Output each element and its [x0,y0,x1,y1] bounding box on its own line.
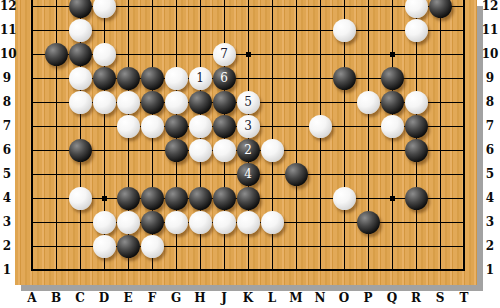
stone-D3[interactable] [93,211,116,234]
row-label-right: 1 [481,263,499,277]
stone-F8[interactable] [141,91,164,114]
star-point [246,52,251,57]
stone-F3[interactable] [141,211,164,234]
stone-J7[interactable] [213,115,236,138]
col-label-bottom: T [454,291,474,305]
row-label-left: 4 [0,191,14,205]
stone-H7[interactable] [189,115,212,138]
col-label-bottom: M [286,291,306,305]
row-label-right: 9 [481,71,499,85]
stone-K3[interactable] [237,211,260,234]
row-label-left: 9 [0,71,14,85]
stone-S12[interactable] [429,0,452,18]
row-label-right: 6 [481,143,499,157]
stone-G9[interactable] [165,67,188,90]
stone-C10[interactable] [69,43,92,66]
row-label-right: 7 [481,119,499,133]
move-number: 7 [220,48,228,60]
stone-J8[interactable] [213,91,236,114]
stone-R6[interactable] [405,139,428,162]
stone-H6[interactable] [189,139,212,162]
board-surface[interactable]: 7165324 [15,0,477,285]
stone-E2[interactable] [117,235,140,258]
stone-M5[interactable] [285,163,308,186]
stone-H9[interactable]: 1 [189,67,212,90]
grid-line-v [56,0,57,271]
stone-G6[interactable] [165,139,188,162]
row-label-right: 3 [481,215,499,229]
stone-E8[interactable] [117,91,140,114]
grid-line-h [31,269,465,271]
row-label-right: 2 [481,239,499,253]
star-point [390,52,395,57]
stone-K5[interactable]: 4 [237,163,260,186]
stone-J3[interactable] [213,211,236,234]
stone-G7[interactable] [165,115,188,138]
row-label-right: 8 [481,95,499,109]
move-number: 1 [196,72,204,84]
stone-B10[interactable] [45,43,68,66]
stone-H4[interactable] [189,187,212,210]
col-label-bottom: N [310,291,330,305]
stone-F2[interactable] [141,235,164,258]
stone-D9[interactable] [93,67,116,90]
stone-K6[interactable]: 2 [237,139,260,162]
star-point [102,196,107,201]
move-number: 6 [220,72,228,84]
row-label-right: 12 [481,0,499,13]
col-label-bottom: E [118,291,138,305]
row-label-left: 11 [0,23,14,37]
stone-E7[interactable] [117,115,140,138]
stone-C4[interactable] [69,187,92,210]
stone-J9[interactable]: 6 [213,67,236,90]
stone-Q9[interactable] [381,67,404,90]
row-label-right: 11 [481,23,499,37]
col-label-bottom: F [142,291,162,305]
row-label-left: 5 [0,167,14,181]
stone-K7[interactable]: 3 [237,115,260,138]
stone-R11[interactable] [405,19,428,42]
stone-D12[interactable] [93,0,116,18]
col-label-bottom: Q [382,291,402,305]
col-label-bottom: D [94,291,114,305]
stone-J4[interactable] [213,187,236,210]
col-label-bottom: G [166,291,186,305]
col-label-bottom: B [46,291,66,305]
row-label-left: 10 [0,47,14,61]
row-label-left: 8 [0,95,14,109]
row-label-left: 6 [0,143,14,157]
stone-H8[interactable] [189,91,212,114]
col-label-bottom: K [238,291,258,305]
stone-O9[interactable] [333,67,356,90]
stone-D2[interactable] [93,235,116,258]
stone-J6[interactable] [213,139,236,162]
col-label-bottom: J [214,291,234,305]
col-label-bottom: S [430,291,450,305]
grid-line-v [31,0,33,271]
stone-C11[interactable] [69,19,92,42]
move-number: 5 [244,96,252,108]
stone-E3[interactable] [117,211,140,234]
go-app-window: 7165324 121110987654321 121110987654321 … [0,0,500,308]
stone-R7[interactable] [405,115,428,138]
row-label-right: 10 [481,47,499,61]
move-number: 4 [244,168,252,180]
col-label-bottom: R [406,291,426,305]
col-label-bottom: H [190,291,210,305]
row-label-left: 3 [0,215,14,229]
stone-C12[interactable] [69,0,92,18]
col-label-bottom: L [262,291,282,305]
stone-E9[interactable] [117,67,140,90]
grid-line-v [463,0,465,271]
stone-R8[interactable] [405,91,428,114]
stone-L3[interactable] [261,211,284,234]
row-label-left: 1 [0,263,14,277]
grid-line-h [31,30,465,31]
row-label-left: 2 [0,239,14,253]
stone-N7[interactable] [309,115,332,138]
star-point [390,196,395,201]
stone-D8[interactable] [93,91,116,114]
stone-C8[interactable] [69,91,92,114]
stone-Q7[interactable] [381,115,404,138]
stone-C6[interactable] [69,139,92,162]
col-label-bottom: P [358,291,378,305]
stone-R4[interactable] [405,187,428,210]
stone-G3[interactable] [165,211,188,234]
stone-K8[interactable]: 5 [237,91,260,114]
stone-Q8[interactable] [381,91,404,114]
col-label-bottom: C [70,291,90,305]
move-number: 3 [244,120,252,132]
stone-P3[interactable] [357,211,380,234]
move-number: 2 [244,144,252,156]
stone-G8[interactable] [165,91,188,114]
stone-R12[interactable] [405,0,428,18]
stone-J10[interactable]: 7 [213,43,236,66]
stone-L6[interactable] [261,139,284,162]
grid-line-v [296,0,297,271]
stone-C9[interactable] [69,67,92,90]
stone-O4[interactable] [333,187,356,210]
stone-P8[interactable] [357,91,380,114]
grid-line-v [440,0,441,271]
row-label-left: 7 [0,119,14,133]
row-label-right: 5 [481,167,499,181]
stone-D10[interactable] [93,43,116,66]
stone-O11[interactable] [333,19,356,42]
stone-F7[interactable] [141,115,164,138]
row-label-left: 12 [0,0,14,13]
col-label-bottom: O [334,291,354,305]
stone-F9[interactable] [141,67,164,90]
stone-G4[interactable] [165,187,188,210]
stone-E4[interactable] [117,187,140,210]
col-label-bottom: A [22,291,42,305]
stone-K4[interactable] [237,187,260,210]
row-label-right: 4 [481,191,499,205]
stone-H3[interactable] [189,211,212,234]
stone-F4[interactable] [141,187,164,210]
